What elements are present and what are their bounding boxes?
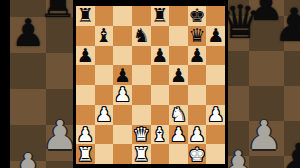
square-b2[interactable] [95,125,114,145]
square-c8[interactable] [113,6,132,26]
square-g5[interactable] [188,65,207,85]
square-c5[interactable]: ♟ [113,65,132,85]
square-c4[interactable]: ♟ [113,85,132,105]
piece-white-knight: ♞ [170,105,187,124]
chess-board: ♜♜♚♝♞♛♟♟♟♟♟♟♟♟♞♟♟♛♝♟♟♜♜♚ [73,0,228,168]
piece-black-bishop: ♝ [95,26,112,45]
piece-white-pawn: ♟ [114,85,131,104]
bg-piece-black-pawn: ♟ [273,2,300,48]
square-a8[interactable]: ♜ [76,6,95,26]
square-g1[interactable]: ♚ [188,144,207,164]
piece-white-pawn: ♟ [77,125,94,144]
square-h7[interactable]: ♟ [206,26,225,46]
square-d8[interactable] [132,6,151,26]
piece-black-pawn: ♟ [77,46,94,65]
piece-black-pawn: ♟ [151,46,168,65]
piece-black-pawn: ♟ [207,26,224,45]
square-e2[interactable]: ♝ [151,125,170,145]
square-g2[interactable]: ♟ [188,125,207,145]
square-a2[interactable]: ♟ [76,125,95,145]
piece-black-pawn: ♟ [189,46,206,65]
piece-white-pawn: ♟ [189,125,206,144]
square-h2[interactable] [206,125,225,145]
square-c3[interactable] [113,105,132,125]
square-g7[interactable]: ♛ [188,26,207,46]
square-a5[interactable] [76,65,95,85]
square-f1[interactable] [169,144,188,164]
square-b6[interactable] [95,46,114,66]
square-f3[interactable]: ♞ [169,105,188,125]
square-c1[interactable] [113,144,132,164]
square-h1[interactable] [206,144,225,164]
square-e5[interactable] [151,65,170,85]
square-g6[interactable]: ♟ [188,46,207,66]
square-d1[interactable]: ♜ [132,144,151,164]
square-f7[interactable] [169,26,188,46]
square-c6[interactable] [113,46,132,66]
square-b7[interactable]: ♝ [95,26,114,46]
square-d7[interactable]: ♞ [132,26,151,46]
square-b3[interactable]: ♟ [95,105,114,125]
piece-black-pawn: ♟ [170,66,187,85]
square-h4[interactable] [206,85,225,105]
square-a1[interactable]: ♜ [76,144,95,164]
piece-black-queen: ♛ [189,26,206,45]
square-a3[interactable] [76,105,95,125]
square-f2[interactable]: ♟ [169,125,188,145]
square-e1[interactable] [151,144,170,164]
square-h8[interactable] [206,6,225,26]
piece-white-queen: ♛ [133,125,150,144]
piece-white-rook: ♜ [77,145,94,164]
bg-piece-black-pawn: ♟ [279,138,300,168]
square-b4[interactable] [95,85,114,105]
piece-white-rook: ♜ [133,145,150,164]
square-h6[interactable] [206,46,225,66]
piece-white-king: ♚ [189,145,206,164]
piece-white-pawn: ♟ [207,105,224,124]
edge-band [0,0,10,168]
square-a7[interactable] [76,26,95,46]
square-a4[interactable] [76,85,95,105]
square-f5[interactable]: ♟ [169,65,188,85]
piece-black-rook: ♜ [151,6,168,25]
square-c2[interactable] [113,125,132,145]
square-d2[interactable]: ♛ [132,125,151,145]
square-b8[interactable] [95,6,114,26]
square-d6[interactable] [132,46,151,66]
square-f8[interactable] [169,6,188,26]
square-g4[interactable] [188,85,207,105]
square-g3[interactable] [188,105,207,125]
bg-piece-white-pawn: ♟ [8,148,47,168]
piece-black-knight: ♞ [133,26,150,45]
square-d3[interactable] [132,105,151,125]
square-b1[interactable] [95,144,114,164]
square-h5[interactable] [206,65,225,85]
square-f4[interactable] [169,85,188,105]
square-d4[interactable] [132,85,151,105]
square-a6[interactable]: ♟ [76,46,95,66]
square-e7[interactable] [151,26,170,46]
piece-white-pawn: ♟ [95,105,112,124]
piece-black-rook: ♜ [77,6,94,25]
video-frame: ♜♟♟♟♛♟♟♟♟♟ ♜♜♚♝♞♛♟♟♟♟♟♟♟♟♞♟♟♛♝♟♟♜♜♚ [0,0,300,168]
square-d5[interactable] [132,65,151,85]
square-e4[interactable] [151,85,170,105]
square-b5[interactable] [95,65,114,85]
piece-black-pawn: ♟ [114,66,131,85]
piece-white-bishop: ♝ [151,125,168,144]
square-e3[interactable] [151,105,170,125]
piece-black-king: ♚ [189,6,206,25]
square-f6[interactable] [169,46,188,66]
square-e8[interactable]: ♜ [151,6,170,26]
square-e6[interactable]: ♟ [151,46,170,66]
square-h3[interactable]: ♟ [206,105,225,125]
square-g8[interactable]: ♚ [188,6,207,26]
square-c7[interactable] [113,26,132,46]
piece-white-pawn: ♟ [170,125,187,144]
bg-piece-black-pawn: ♟ [11,14,45,52]
